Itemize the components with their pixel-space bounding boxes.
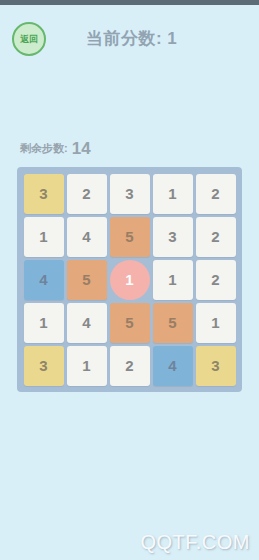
steps-value: 14 bbox=[72, 139, 91, 158]
tile[interactable]: 2 bbox=[67, 174, 107, 214]
tile[interactable]: 4 bbox=[24, 260, 64, 300]
tile[interactable]: 3 bbox=[196, 346, 236, 386]
tile[interactable]: 5 bbox=[153, 303, 193, 343]
score-label: 当前分数: bbox=[86, 29, 162, 48]
score-display: 当前分数:1 bbox=[86, 27, 177, 50]
tile[interactable]: 5 bbox=[67, 260, 107, 300]
tile[interactable]: 1 bbox=[153, 174, 193, 214]
tile[interactable]: 5 bbox=[110, 303, 150, 343]
tile[interactable]: 3 bbox=[153, 217, 193, 257]
back-button[interactable]: 返回 bbox=[12, 22, 46, 56]
steps-display: 剩余步数:14 bbox=[20, 139, 91, 159]
tile[interactable]: 1 bbox=[67, 346, 107, 386]
tile[interactable]: 1 bbox=[24, 217, 64, 257]
status-bar bbox=[0, 0, 259, 5]
tile[interactable]: 3 bbox=[24, 174, 64, 214]
score-value: 1 bbox=[167, 29, 177, 48]
tile[interactable]: 4 bbox=[153, 346, 193, 386]
tile[interactable]: 2 bbox=[196, 174, 236, 214]
tile[interactable]: 1 bbox=[153, 260, 193, 300]
steps-label: 剩余步数: bbox=[20, 142, 68, 154]
tile[interactable]: 4 bbox=[67, 217, 107, 257]
tile[interactable]: 1 bbox=[196, 303, 236, 343]
game-board: 3231214532451121455131243 bbox=[17, 167, 242, 392]
tile[interactable]: 5 bbox=[110, 217, 150, 257]
tile[interactable]: 3 bbox=[110, 174, 150, 214]
tile[interactable]: 1 bbox=[24, 303, 64, 343]
tile-selected[interactable]: 1 bbox=[110, 260, 150, 300]
tile[interactable]: 2 bbox=[196, 260, 236, 300]
tile[interactable]: 3 bbox=[24, 346, 64, 386]
watermark: QQTF.COM bbox=[140, 531, 250, 554]
tile[interactable]: 2 bbox=[110, 346, 150, 386]
tile[interactable]: 4 bbox=[67, 303, 107, 343]
tile[interactable]: 2 bbox=[196, 217, 236, 257]
